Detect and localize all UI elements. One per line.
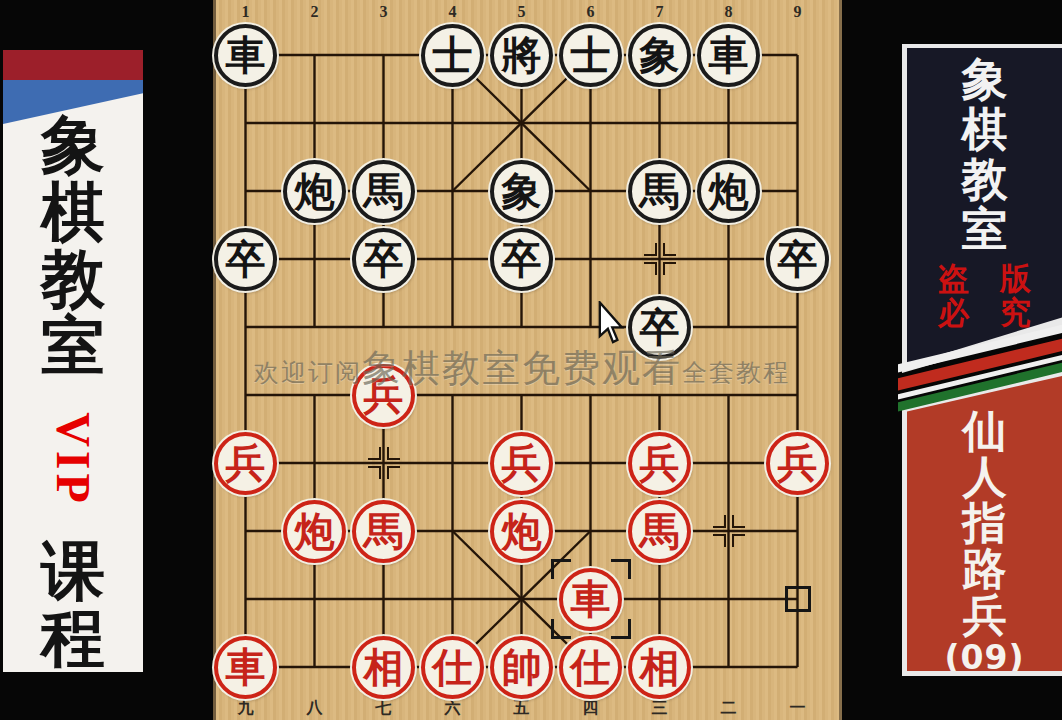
last-move-destination-marker (551, 559, 631, 639)
piece-black-elephant[interactable]: 象 (490, 160, 553, 223)
piece-black-elephant[interactable]: 象 (628, 24, 691, 87)
piece-red-elephant[interactable]: 相 (352, 636, 415, 699)
piece-red-general[interactable]: 帥 (490, 636, 553, 699)
banner-vip-label: VIP (45, 412, 100, 507)
piece-red-chariot[interactable]: 車 (214, 636, 277, 699)
file-label-top: 6 (587, 3, 595, 21)
banner-red-bar (3, 50, 143, 80)
piece-black-advisor[interactable]: 士 (559, 24, 622, 87)
piece-black-horse[interactable]: 馬 (628, 160, 691, 223)
banner-vip: VIP (3, 380, 143, 538)
piece-black-advisor[interactable]: 士 (421, 24, 484, 87)
piece-red-cannon[interactable]: 炮 (283, 500, 346, 563)
right-top-panel-title: 象棋教室 (962, 54, 1008, 254)
file-label-top: 9 (794, 3, 802, 21)
banner-char: 棋 (41, 179, 105, 246)
left-banner: 象棋教室 VIP 课程 (3, 50, 143, 672)
piece-red-horse[interactable]: 馬 (352, 500, 415, 563)
video-frame: 象棋教室 VIP 课程 車士將士象車炮馬象馬炮卒卒卒卒卒兵兵兵兵兵炮馬炮馬車車相… (0, 0, 1062, 720)
piece-black-cannon[interactable]: 炮 (283, 160, 346, 223)
piece-black-soldier[interactable]: 卒 (766, 228, 829, 291)
piece-red-soldier[interactable]: 兵 (628, 432, 691, 495)
file-label-top: 3 (380, 3, 388, 21)
piece-black-soldier[interactable]: 卒 (490, 228, 553, 291)
banner-char: 教 (41, 246, 105, 313)
panel-char: 象 (962, 54, 1008, 104)
piece-red-soldier[interactable]: 兵 (214, 432, 277, 495)
banner-subtitle: 课程 (3, 538, 143, 672)
piece-black-soldier[interactable]: 卒 (214, 228, 277, 291)
panel-char: 兵 (963, 592, 1007, 638)
banner-char: 程 (41, 605, 105, 672)
episode-number: (09) (944, 638, 1024, 677)
piece-black-horse[interactable]: 馬 (352, 160, 415, 223)
piece-red-soldier[interactable]: 兵 (766, 432, 829, 495)
piece-black-cannon[interactable]: 炮 (697, 160, 760, 223)
piece-red-horse[interactable]: 馬 (628, 500, 691, 563)
file-label-bottom: 八 (307, 698, 323, 719)
episode-title: 仙人指路兵 (963, 408, 1007, 638)
banner-char: 课 (41, 538, 105, 605)
banner-char: 象 (41, 112, 105, 179)
file-label-top: 8 (725, 3, 733, 21)
file-label-top: 5 (518, 3, 526, 21)
watermark-suffix: 全套教程 (682, 356, 790, 389)
piece-black-chariot[interactable]: 車 (697, 24, 760, 87)
banner-char: 室 (41, 313, 105, 380)
file-label-bottom: 五 (514, 698, 530, 719)
piece-black-general[interactable]: 將 (490, 24, 553, 87)
file-label-top: 7 (656, 3, 664, 21)
piece-red-advisor[interactable]: 仕 (421, 636, 484, 699)
piece-red-elephant[interactable]: 相 (628, 636, 691, 699)
piece-black-soldier[interactable]: 卒 (352, 228, 415, 291)
warning-char: 盗 (937, 262, 971, 294)
panel-char: 教 (962, 154, 1008, 204)
panel-char: 路 (963, 546, 1007, 592)
panel-char: 室 (962, 204, 1008, 254)
watermark-prefix: 欢迎订阅 (254, 356, 362, 389)
panel-char: 棋 (962, 104, 1008, 154)
mouse-cursor (598, 301, 628, 345)
file-label-bottom: 四 (583, 698, 599, 719)
file-label-top: 4 (449, 3, 457, 21)
file-label-bottom: 一 (790, 698, 806, 719)
file-label-top: 2 (311, 3, 319, 21)
piece-red-advisor[interactable]: 仕 (559, 636, 622, 699)
file-label-bottom: 二 (721, 698, 737, 719)
watermark: 欢迎订阅 象棋教室免费观看 全套教程 (254, 343, 790, 394)
file-label-top: 1 (242, 3, 250, 21)
panel-char: 指 (963, 500, 1007, 546)
file-label-bottom: 七 (376, 698, 392, 719)
watermark-main: 象棋教室免费观看 (362, 343, 682, 394)
banner-title: 象棋教室 (3, 112, 143, 380)
ribbon-stripes (898, 318, 1062, 422)
file-label-bottom: 三 (652, 698, 668, 719)
warning-char: 版 (999, 262, 1033, 294)
piece-red-cannon[interactable]: 炮 (490, 500, 553, 563)
file-label-bottom: 六 (445, 698, 461, 719)
panel-char: 人 (963, 454, 1007, 500)
piece-black-chariot[interactable]: 車 (214, 24, 277, 87)
piece-red-soldier[interactable]: 兵 (490, 432, 553, 495)
file-label-bottom: 九 (238, 698, 254, 719)
